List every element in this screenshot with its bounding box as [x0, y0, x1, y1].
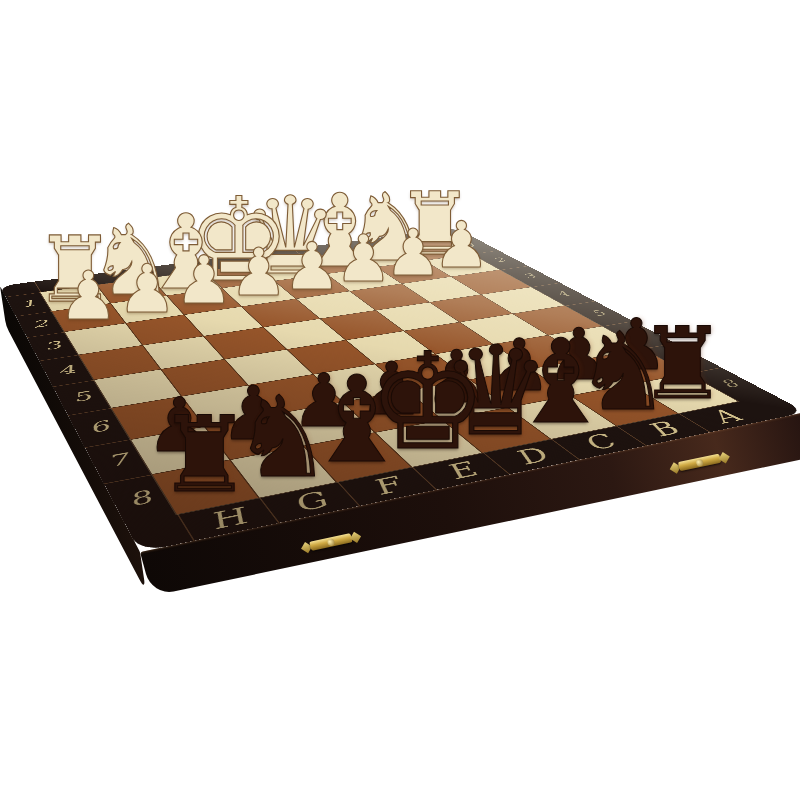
piece-white-pawn-g2[interactable]: ♟	[117, 256, 177, 323]
piece-white-pawn-d2[interactable]: ♟	[283, 234, 342, 299]
piece-white-pawn-e2[interactable]: ♟	[229, 241, 288, 307]
piece-black-rook-h8[interactable]: ♜	[157, 402, 251, 507]
piece-white-pawn-h2[interactable]: ♟	[58, 263, 118, 330]
scene: ABCDEFGH8877665544332211 ♜♞♝♛♚♝♞♜♟♟♟♟♟♟♟…	[0, 0, 800, 800]
piece-white-pawn-f2[interactable]: ♟	[174, 248, 233, 314]
pieces-layer: ♜♞♝♛♚♝♞♜♟♟♟♟♟♟♟♟♟♟♟♟♟♟♟♟♜♞♝♛♚♝♞♜	[0, 0, 800, 800]
piece-white-pawn-c2[interactable]: ♟	[334, 227, 392, 292]
piece-white-pawn-b2[interactable]: ♟	[384, 220, 442, 284]
